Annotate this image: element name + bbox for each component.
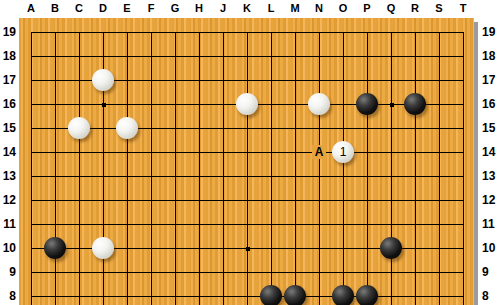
grid-hline-9	[31, 272, 464, 273]
grid-vline-M	[295, 32, 296, 305]
black-stone-P8[interactable]	[356, 285, 378, 305]
black-stone-B10[interactable]	[44, 237, 66, 259]
white-stone-K16[interactable]	[236, 93, 258, 115]
grid-vline-B	[55, 32, 56, 305]
row-label-left-8: 8	[0, 288, 16, 304]
letter-label-N14: A	[312, 145, 326, 159]
grid-vline-G	[175, 32, 176, 305]
column-label-T: T	[460, 0, 467, 16]
grid-vline-H	[199, 32, 200, 305]
row-label-right-11: 11	[482, 216, 500, 232]
row-label-right-19: 19	[482, 24, 500, 40]
row-label-left-16: 16	[0, 96, 16, 112]
board-shadow	[474, 22, 478, 305]
white-stone-D10[interactable]	[92, 237, 114, 259]
row-label-right-17: 17	[482, 72, 500, 88]
grid-hline-11	[31, 224, 464, 225]
star-point-Q16	[390, 103, 394, 107]
grid-vline-A	[31, 32, 32, 305]
row-label-right-8: 8	[482, 288, 500, 304]
white-stone-E15[interactable]	[116, 117, 138, 139]
black-stone-P16[interactable]	[356, 93, 378, 115]
column-label-C: C	[75, 0, 83, 16]
white-stone-D17[interactable]	[92, 69, 114, 91]
grid-vline-F	[151, 32, 152, 305]
column-label-P: P	[363, 0, 370, 16]
grid-vline-L	[271, 32, 272, 305]
grid-vline-Q	[391, 32, 392, 305]
grid-vline-O	[343, 32, 344, 305]
row-label-right-15: 15	[482, 120, 500, 136]
column-label-R: R	[411, 0, 419, 16]
grid-vline-R	[415, 32, 416, 305]
grid-hline-14	[31, 152, 464, 153]
grid-hline-15	[31, 128, 464, 129]
grid-vline-E	[127, 32, 128, 305]
column-label-F: F	[148, 0, 155, 16]
grid-vline-K	[247, 32, 248, 305]
column-label-E: E	[123, 0, 130, 16]
row-label-right-9: 9	[482, 264, 500, 280]
column-label-J: J	[220, 0, 226, 16]
row-label-left-12: 12	[0, 192, 16, 208]
column-label-N: N	[315, 0, 323, 16]
row-label-left-17: 17	[0, 72, 16, 88]
black-stone-M8[interactable]	[284, 285, 306, 305]
column-label-G: G	[171, 0, 180, 16]
row-label-left-18: 18	[0, 48, 16, 64]
column-label-D: D	[99, 0, 107, 16]
grid-vline-C	[79, 32, 80, 305]
grid-hline-19	[31, 32, 464, 33]
grid-vline-J	[223, 32, 224, 305]
row-label-left-11: 11	[0, 216, 16, 232]
star-point-D16	[102, 103, 106, 107]
grid-hline-18	[31, 56, 464, 57]
white-stone-N16[interactable]	[308, 93, 330, 115]
white-stone-C15[interactable]	[68, 117, 90, 139]
row-label-left-10: 10	[0, 240, 16, 256]
column-label-L: L	[268, 0, 275, 16]
grid-vline-T	[463, 32, 464, 305]
row-label-left-14: 14	[0, 144, 16, 160]
grid-hline-8	[31, 296, 464, 297]
black-stone-L8[interactable]	[260, 285, 282, 305]
row-label-left-19: 19	[0, 24, 16, 40]
row-label-right-16: 16	[482, 96, 500, 112]
row-label-left-9: 9	[0, 264, 16, 280]
black-stone-R16[interactable]	[404, 93, 426, 115]
grid-hline-13	[31, 176, 464, 177]
grid-vline-P	[367, 32, 368, 305]
white-stone-O14[interactable]: 1	[332, 141, 354, 163]
column-label-S: S	[435, 0, 442, 16]
row-label-right-14: 14	[482, 144, 500, 160]
grid-hline-12	[31, 200, 464, 201]
column-label-O: O	[339, 0, 348, 16]
column-label-B: B	[51, 0, 59, 16]
column-label-K: K	[243, 0, 251, 16]
grid-vline-S	[439, 32, 440, 305]
row-label-left-15: 15	[0, 120, 16, 136]
row-label-right-12: 12	[482, 192, 500, 208]
go-board-diagram: ABCDEFGHJKLMNOPQRST191918181717161615151…	[0, 0, 500, 305]
column-label-M: M	[290, 0, 299, 16]
row-label-left-13: 13	[0, 168, 16, 184]
star-point-K10	[246, 247, 250, 251]
row-label-right-13: 13	[482, 168, 500, 184]
black-stone-O8[interactable]	[332, 285, 354, 305]
row-label-right-18: 18	[482, 48, 500, 64]
black-stone-Q10[interactable]	[380, 237, 402, 259]
column-label-Q: Q	[387, 0, 396, 16]
row-label-right-10: 10	[482, 240, 500, 256]
column-label-H: H	[195, 0, 203, 16]
grid-vline-N	[319, 32, 320, 305]
column-label-A: A	[27, 0, 35, 16]
